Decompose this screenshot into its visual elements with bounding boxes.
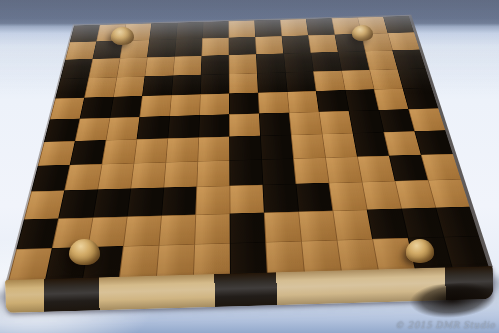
board-cell-light [156, 244, 194, 277]
board-cell-dark [282, 35, 311, 53]
board-cell-dark [229, 136, 261, 161]
ball-foot-top-right [352, 25, 373, 41]
board-cell-dark [58, 190, 97, 219]
board-cell-light [195, 186, 229, 214]
board-cell-light [145, 57, 175, 76]
board-cell-light [325, 157, 362, 183]
board-cell-light [293, 158, 328, 184]
board-cell-dark [338, 51, 369, 70]
board-cell-dark [167, 115, 199, 138]
board-cell-dark [137, 116, 170, 139]
board-cell-dark [149, 23, 177, 40]
board-cell-dark [198, 114, 229, 137]
board-cell-dark [161, 187, 196, 215]
board-cell-light [301, 240, 341, 273]
board-cell-dark [261, 159, 295, 185]
board-cell-light [428, 179, 470, 207]
board-cell-light [130, 162, 165, 189]
ball-foot-bottom-right [406, 239, 434, 263]
board-cell-light [134, 138, 168, 163]
board-cell-light [298, 210, 336, 240]
board-cell-light [265, 241, 304, 274]
board-cell-light [119, 245, 159, 278]
board-cell-dark [316, 90, 349, 112]
board-cell-light [199, 93, 229, 115]
board-cell-light [88, 58, 119, 77]
board-cell-light [229, 73, 258, 93]
board-cell-light [97, 163, 133, 190]
board-cell-dark [70, 25, 100, 42]
ball-foot-top-left [111, 27, 134, 45]
board-cell-light [165, 137, 198, 162]
board-cell-dark [283, 53, 313, 72]
board-cell-dark [397, 68, 431, 88]
board-cell-dark [230, 242, 267, 275]
board-cell-light [322, 133, 357, 158]
board-cell-light [197, 137, 229, 162]
board-cell-light [163, 161, 197, 188]
board-cell-light [319, 111, 353, 134]
board-cell-light [194, 213, 230, 244]
board-cell-dark [70, 140, 106, 165]
board-cell-dark [257, 72, 287, 92]
board-cell-dark [60, 59, 92, 78]
board-cell-dark [392, 50, 425, 69]
board-cell-dark [201, 55, 229, 74]
board-cell-dark [229, 37, 256, 55]
board-cell-dark [142, 75, 173, 96]
board-cell-light [332, 209, 372, 239]
board-cell-dark [174, 38, 202, 56]
board-cell-dark [80, 97, 113, 119]
board-cell-light [65, 41, 96, 59]
board-cell-dark [260, 135, 293, 160]
board-cell-light [193, 243, 230, 276]
board-cell-light [106, 117, 140, 140]
board-cell-dark [127, 188, 164, 216]
board-cell-dark [403, 87, 439, 109]
board-cell-light [169, 94, 200, 116]
board-cell-light [229, 20, 256, 37]
board-cell-light [201, 38, 228, 56]
board-cell-light [329, 182, 367, 210]
board-cell-dark [93, 189, 131, 217]
board-cell-dark [345, 89, 379, 111]
board-cell-dark [230, 212, 266, 242]
board-cell-light [229, 185, 263, 213]
board-cell-light [408, 108, 445, 131]
board-cell-light [229, 113, 260, 136]
board-cell-light [229, 54, 257, 73]
board-cell-light [341, 70, 374, 90]
watermark-text: © 2015 DMR Studio [395, 320, 495, 330]
board-cell-dark [383, 16, 414, 33]
board-cell-dark [229, 92, 259, 114]
board-cell-dark [262, 184, 298, 212]
board-cell-light [336, 239, 377, 272]
board-cell-dark [171, 74, 201, 95]
board-cell-light [388, 32, 420, 50]
board-cell-dark [296, 183, 333, 211]
board-cell-light [173, 56, 202, 75]
board-cell-dark [176, 22, 203, 39]
board-cell-light [159, 214, 196, 245]
board-cell-light [308, 35, 338, 53]
board-cell-light [196, 160, 229, 186]
board-cell-dark [200, 74, 229, 94]
board-cell-light [291, 134, 325, 159]
board-cell-dark [414, 130, 452, 155]
board-cell-dark [254, 20, 281, 37]
board-cell-light [264, 211, 301, 241]
board-cell-light [258, 92, 289, 114]
board-cell-light [64, 164, 101, 191]
board-cell-dark [229, 159, 262, 185]
board-cell-light [117, 57, 147, 76]
board-cell-dark [202, 21, 228, 38]
board-cell-dark [435, 206, 479, 236]
board-cell-light [421, 154, 461, 180]
board-cell-light [255, 36, 283, 54]
board-cell-light [289, 112, 322, 135]
board-cell-dark [306, 18, 335, 35]
board-cell-light [84, 77, 116, 98]
board-cell-dark [259, 113, 291, 136]
ball-foot-bottom-left [69, 239, 100, 265]
board [0, 0, 499, 333]
photo-scene: © 2015 DMR Studio [0, 0, 499, 333]
board-cell-dark [147, 39, 176, 57]
board-cell-dark [256, 54, 285, 73]
board-cell-light [113, 76, 144, 97]
board-cell-light [287, 91, 319, 113]
board-cell-light [139, 95, 171, 117]
board-cell-light [102, 139, 137, 164]
board-cell-light [123, 215, 161, 246]
board-cell-light [280, 19, 308, 36]
board-cell-dark [443, 236, 489, 269]
board-cell-light [75, 118, 110, 141]
board-cell-dark [285, 71, 316, 91]
board-cell-dark [110, 96, 143, 118]
board-cell-light [313, 70, 345, 90]
board-cell-dark [310, 52, 341, 71]
board-cell-dark [55, 78, 88, 99]
